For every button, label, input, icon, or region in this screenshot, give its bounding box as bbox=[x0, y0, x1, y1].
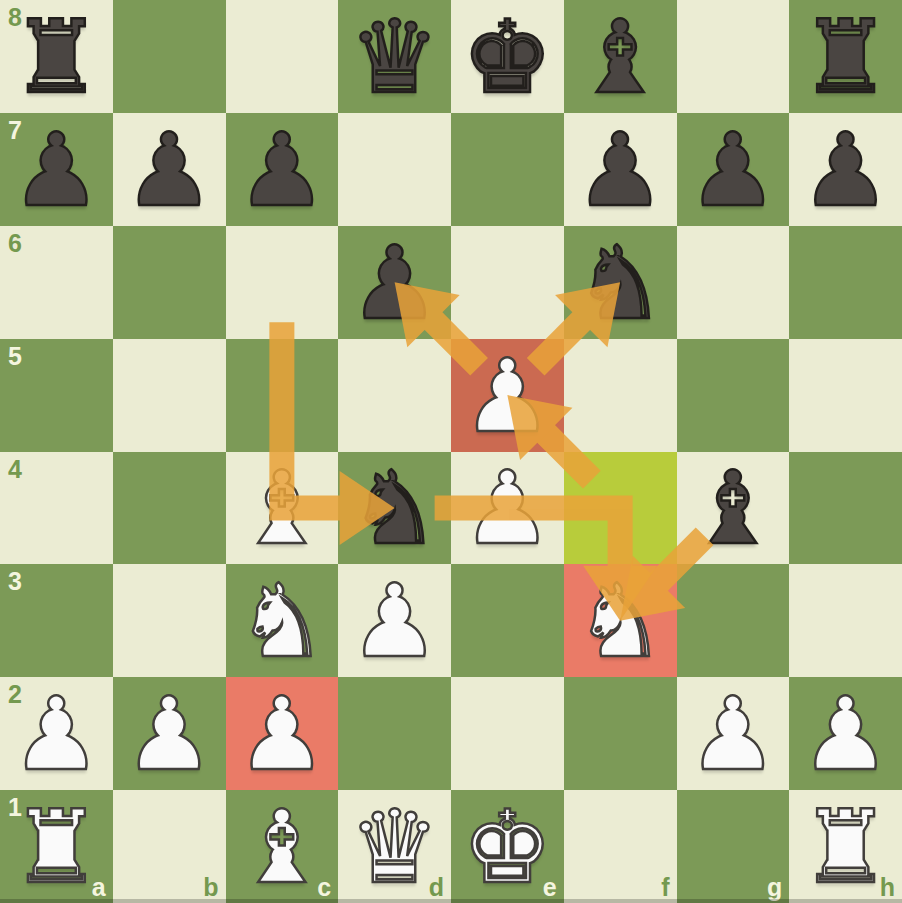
square-a4[interactable]: 4 bbox=[0, 452, 113, 565]
white-pawn[interactable]: ♟ bbox=[677, 677, 790, 790]
rank-label-6: 6 bbox=[8, 231, 22, 256]
square-a5[interactable]: 5 bbox=[0, 339, 113, 452]
square-e4[interactable]: ♟ bbox=[451, 452, 564, 565]
black-rook[interactable]: ♜ bbox=[789, 0, 902, 113]
square-g4[interactable]: ♝ bbox=[677, 452, 790, 565]
square-a6[interactable]: 6 bbox=[0, 226, 113, 339]
square-d7[interactable] bbox=[338, 113, 451, 226]
file-label-b: b bbox=[203, 875, 218, 900]
square-e5[interactable]: ♟ bbox=[451, 339, 564, 452]
square-e1[interactable]: e♚ bbox=[451, 790, 564, 903]
square-g5[interactable] bbox=[677, 339, 790, 452]
black-pawn[interactable]: ♟ bbox=[113, 113, 226, 226]
square-c5[interactable] bbox=[226, 339, 339, 452]
square-h3[interactable] bbox=[789, 564, 902, 677]
square-e2[interactable] bbox=[451, 677, 564, 790]
black-pawn[interactable]: ♟ bbox=[226, 113, 339, 226]
black-pawn[interactable]: ♟ bbox=[338, 226, 451, 339]
square-f1[interactable]: f bbox=[564, 790, 677, 903]
square-h6[interactable] bbox=[789, 226, 902, 339]
white-queen[interactable]: ♛ bbox=[338, 790, 451, 903]
white-pawn[interactable]: ♟ bbox=[0, 677, 113, 790]
square-g1[interactable]: g bbox=[677, 790, 790, 903]
square-g7[interactable]: ♟ bbox=[677, 113, 790, 226]
square-c7[interactable]: ♟ bbox=[226, 113, 339, 226]
square-b8[interactable] bbox=[113, 0, 226, 113]
square-f6[interactable]: ♞ bbox=[564, 226, 677, 339]
black-pawn[interactable]: ♟ bbox=[0, 113, 113, 226]
square-c4[interactable]: ♝ bbox=[226, 452, 339, 565]
square-g6[interactable] bbox=[677, 226, 790, 339]
square-d1[interactable]: d♛ bbox=[338, 790, 451, 903]
black-rook[interactable]: ♜ bbox=[0, 0, 113, 113]
square-b6[interactable] bbox=[113, 226, 226, 339]
white-knight[interactable]: ♞ bbox=[226, 564, 339, 677]
square-e7[interactable] bbox=[451, 113, 564, 226]
black-knight[interactable]: ♞ bbox=[564, 226, 677, 339]
square-g2[interactable]: ♟ bbox=[677, 677, 790, 790]
square-b5[interactable] bbox=[113, 339, 226, 452]
square-g8[interactable] bbox=[677, 0, 790, 113]
square-f5[interactable] bbox=[564, 339, 677, 452]
rank-label-5: 5 bbox=[8, 344, 22, 369]
square-e3[interactable] bbox=[451, 564, 564, 677]
square-d8[interactable]: ♛ bbox=[338, 0, 451, 113]
white-pawn[interactable]: ♟ bbox=[338, 564, 451, 677]
white-pawn[interactable]: ♟ bbox=[451, 452, 564, 565]
white-king[interactable]: ♚ bbox=[451, 790, 564, 903]
board-squares: 8♜♛♚♝♜7♟♟♟♟♟♟6♟♞5♟4♝♞♟♝3♞♟♞2♟♟♟♟♟1a♜bc♝d… bbox=[0, 0, 902, 903]
square-b3[interactable] bbox=[113, 564, 226, 677]
square-a2[interactable]: 2♟ bbox=[0, 677, 113, 790]
square-a7[interactable]: 7♟ bbox=[0, 113, 113, 226]
square-h2[interactable]: ♟ bbox=[789, 677, 902, 790]
black-bishop[interactable]: ♝ bbox=[564, 0, 677, 113]
white-rook[interactable]: ♜ bbox=[789, 790, 902, 903]
square-h4[interactable] bbox=[789, 452, 902, 565]
white-bishop[interactable]: ♝ bbox=[226, 452, 339, 565]
black-pawn[interactable]: ♟ bbox=[677, 113, 790, 226]
square-e8[interactable]: ♚ bbox=[451, 0, 564, 113]
square-h1[interactable]: h♜ bbox=[789, 790, 902, 903]
white-bishop[interactable]: ♝ bbox=[226, 790, 339, 903]
black-pawn[interactable]: ♟ bbox=[789, 113, 902, 226]
square-h8[interactable]: ♜ bbox=[789, 0, 902, 113]
white-rook[interactable]: ♜ bbox=[0, 790, 113, 903]
white-pawn[interactable]: ♟ bbox=[226, 677, 339, 790]
white-knight[interactable]: ♞ bbox=[564, 564, 677, 677]
square-d6[interactable]: ♟ bbox=[338, 226, 451, 339]
square-e6[interactable] bbox=[451, 226, 564, 339]
chess-board: 8♜♛♚♝♜7♟♟♟♟♟♟6♟♞5♟4♝♞♟♝3♞♟♞2♟♟♟♟♟1a♜bc♝d… bbox=[0, 0, 902, 903]
square-h5[interactable] bbox=[789, 339, 902, 452]
file-label-g: g bbox=[767, 875, 782, 900]
black-bishop[interactable]: ♝ bbox=[677, 452, 790, 565]
square-b1[interactable]: b bbox=[113, 790, 226, 903]
square-f2[interactable] bbox=[564, 677, 677, 790]
square-d2[interactable] bbox=[338, 677, 451, 790]
square-c2[interactable]: ♟ bbox=[226, 677, 339, 790]
square-d4[interactable]: ♞ bbox=[338, 452, 451, 565]
rank-label-3: 3 bbox=[8, 569, 22, 594]
square-a8[interactable]: 8♜ bbox=[0, 0, 113, 113]
square-a1[interactable]: 1a♜ bbox=[0, 790, 113, 903]
square-f7[interactable]: ♟ bbox=[564, 113, 677, 226]
rank-label-4: 4 bbox=[8, 457, 22, 482]
square-b4[interactable] bbox=[113, 452, 226, 565]
square-g3[interactable] bbox=[677, 564, 790, 677]
square-b7[interactable]: ♟ bbox=[113, 113, 226, 226]
black-queen[interactable]: ♛ bbox=[338, 0, 451, 113]
square-b2[interactable]: ♟ bbox=[113, 677, 226, 790]
white-pawn[interactable]: ♟ bbox=[113, 677, 226, 790]
square-f3[interactable]: ♞ bbox=[564, 564, 677, 677]
square-c3[interactable]: ♞ bbox=[226, 564, 339, 677]
square-c8[interactable] bbox=[226, 0, 339, 113]
black-pawn[interactable]: ♟ bbox=[564, 113, 677, 226]
black-knight[interactable]: ♞ bbox=[338, 452, 451, 565]
square-h7[interactable]: ♟ bbox=[789, 113, 902, 226]
square-c6[interactable] bbox=[226, 226, 339, 339]
square-c1[interactable]: c♝ bbox=[226, 790, 339, 903]
white-pawn[interactable]: ♟ bbox=[789, 677, 902, 790]
square-a3[interactable]: 3 bbox=[0, 564, 113, 677]
white-pawn[interactable]: ♟ bbox=[451, 339, 564, 452]
square-f4[interactable] bbox=[564, 452, 677, 565]
square-d5[interactable] bbox=[338, 339, 451, 452]
black-king[interactable]: ♚ bbox=[451, 0, 564, 113]
file-label-f: f bbox=[661, 875, 669, 900]
square-d3[interactable]: ♟ bbox=[338, 564, 451, 677]
square-f8[interactable]: ♝ bbox=[564, 0, 677, 113]
